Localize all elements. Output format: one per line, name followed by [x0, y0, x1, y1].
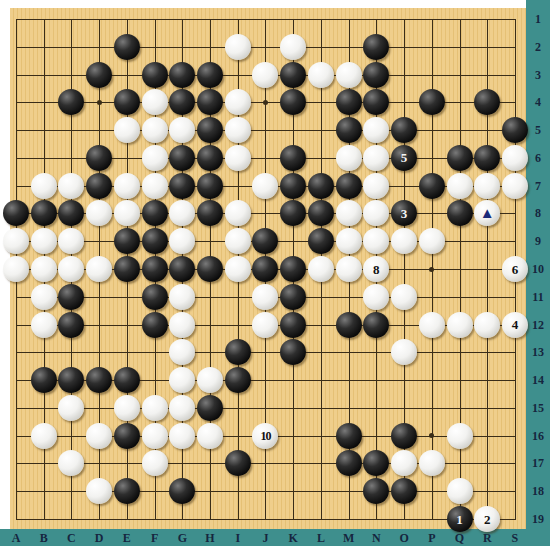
white-stone[interactable]: [447, 478, 473, 504]
black-stone[interactable]: [114, 367, 140, 393]
black-stone[interactable]: [308, 173, 334, 199]
white-stone[interactable]: [502, 145, 528, 171]
column-label: A: [12, 531, 21, 546]
black-stone[interactable]: [336, 450, 362, 476]
white-stone[interactable]: [336, 145, 362, 171]
column-label: Q: [455, 531, 464, 546]
black-stone[interactable]: [58, 312, 84, 338]
white-stone[interactable]: [336, 62, 362, 88]
white-stone[interactable]: [252, 173, 278, 199]
black-stone[interactable]: [114, 34, 140, 60]
white-stone[interactable]: [391, 284, 417, 310]
white-stone[interactable]: [114, 173, 140, 199]
white-stone[interactable]: [31, 256, 57, 282]
star-point: [263, 100, 268, 105]
white-stone[interactable]: 6: [502, 256, 528, 282]
move-number-label: 5: [401, 151, 408, 164]
column-label: K: [289, 531, 298, 546]
black-stone[interactable]: [197, 62, 223, 88]
move-number-label: 10: [260, 429, 270, 441]
row-label: 13: [532, 345, 544, 360]
black-stone[interactable]: [142, 200, 168, 226]
white-stone[interactable]: [114, 117, 140, 143]
black-stone[interactable]: 5: [391, 145, 417, 171]
white-stone[interactable]: [363, 284, 389, 310]
move-number-label: 6: [512, 262, 519, 275]
column-label: P: [428, 531, 435, 546]
white-stone[interactable]: [31, 423, 57, 449]
row-label: 17: [532, 456, 544, 471]
white-stone[interactable]: [336, 256, 362, 282]
grid-line-horizontal: [16, 352, 516, 353]
white-stone[interactable]: [419, 312, 445, 338]
black-stone[interactable]: 1: [447, 506, 473, 532]
black-stone[interactable]: [308, 228, 334, 254]
black-stone[interactable]: [363, 62, 389, 88]
black-stone[interactable]: [86, 62, 112, 88]
column-label: H: [205, 531, 214, 546]
column-label: D: [95, 531, 104, 546]
white-stone[interactable]: [142, 395, 168, 421]
white-stone[interactable]: [225, 34, 251, 60]
black-stone[interactable]: [142, 312, 168, 338]
black-stone[interactable]: [197, 145, 223, 171]
white-stone[interactable]: [447, 173, 473, 199]
black-stone[interactable]: [391, 423, 417, 449]
triangle-mark: ▲: [480, 205, 495, 220]
column-label: I: [235, 531, 240, 546]
white-stone[interactable]: 4: [502, 312, 528, 338]
white-stone[interactable]: [308, 62, 334, 88]
black-stone[interactable]: [197, 173, 223, 199]
white-stone[interactable]: [225, 228, 251, 254]
black-stone[interactable]: [86, 173, 112, 199]
star-point: [429, 267, 434, 272]
white-stone[interactable]: [31, 173, 57, 199]
black-stone[interactable]: [169, 173, 195, 199]
white-stone[interactable]: [502, 173, 528, 199]
move-number-label: 3: [401, 206, 408, 219]
row-label: 5: [535, 123, 541, 138]
white-stone[interactable]: [86, 256, 112, 282]
column-label: L: [317, 531, 325, 546]
star-point: [97, 100, 102, 105]
row-label: 15: [532, 400, 544, 415]
white-stone[interactable]: [280, 34, 306, 60]
black-stone[interactable]: [336, 173, 362, 199]
column-label: M: [343, 531, 354, 546]
black-stone[interactable]: [447, 145, 473, 171]
white-stone[interactable]: [252, 62, 278, 88]
go-board-screenshot: 53▲8641012ABCDEFGHIJKLMNOPQRS12345678910…: [0, 0, 550, 546]
row-label: 3: [535, 67, 541, 82]
black-stone[interactable]: [142, 62, 168, 88]
black-stone[interactable]: [336, 89, 362, 115]
black-stone[interactable]: [336, 423, 362, 449]
black-stone[interactable]: [86, 145, 112, 171]
black-stone[interactable]: [114, 423, 140, 449]
black-stone[interactable]: [169, 62, 195, 88]
move-number-label: 1: [456, 512, 463, 525]
white-stone[interactable]: [197, 367, 223, 393]
column-label: N: [372, 531, 381, 546]
black-stone[interactable]: [280, 145, 306, 171]
black-stone[interactable]: [197, 256, 223, 282]
column-label: F: [151, 531, 158, 546]
row-label: 4: [535, 95, 541, 110]
white-stone[interactable]: [225, 145, 251, 171]
grid-line-horizontal: [16, 519, 516, 520]
black-stone[interactable]: [31, 367, 57, 393]
black-stone[interactable]: [142, 228, 168, 254]
white-stone[interactable]: [474, 312, 500, 338]
white-stone[interactable]: [31, 312, 57, 338]
column-label-strip: [0, 529, 550, 546]
white-stone[interactable]: [142, 89, 168, 115]
row-label: 16: [532, 428, 544, 443]
white-stone[interactable]: [31, 284, 57, 310]
white-stone[interactable]: [169, 284, 195, 310]
column-label: G: [178, 531, 187, 546]
row-label: 12: [532, 317, 544, 332]
black-stone[interactable]: [225, 339, 251, 365]
row-label: 11: [532, 289, 543, 304]
column-label: E: [123, 531, 131, 546]
black-stone[interactable]: [447, 200, 473, 226]
white-stone[interactable]: [3, 256, 29, 282]
black-stone[interactable]: [142, 256, 168, 282]
white-stone[interactable]: [225, 89, 251, 115]
row-label: 7: [535, 178, 541, 193]
white-stone[interactable]: 10: [252, 423, 278, 449]
white-stone[interactable]: [225, 117, 251, 143]
column-label: S: [512, 531, 519, 546]
move-number-label: 4: [512, 318, 519, 331]
column-label: O: [399, 531, 408, 546]
row-label: 9: [535, 234, 541, 249]
black-stone[interactable]: [114, 256, 140, 282]
white-stone[interactable]: [114, 395, 140, 421]
grid-line-horizontal: [16, 408, 516, 409]
white-stone[interactable]: [142, 450, 168, 476]
white-stone[interactable]: [336, 228, 362, 254]
black-stone[interactable]: [114, 478, 140, 504]
row-label: 8: [535, 206, 541, 221]
black-stone[interactable]: [142, 284, 168, 310]
white-stone[interactable]: [169, 423, 195, 449]
white-stone[interactable]: [142, 117, 168, 143]
row-label: 10: [532, 262, 544, 277]
white-stone[interactable]: [308, 256, 334, 282]
row-label: 18: [532, 484, 544, 499]
row-label: 14: [532, 373, 544, 388]
white-stone[interactable]: [142, 173, 168, 199]
black-stone[interactable]: [197, 395, 223, 421]
white-stone[interactable]: [169, 312, 195, 338]
move-number-label: 8: [373, 262, 380, 275]
white-stone[interactable]: [31, 228, 57, 254]
white-stone[interactable]: [252, 312, 278, 338]
black-stone[interactable]: [336, 312, 362, 338]
black-stone[interactable]: [502, 117, 528, 143]
black-stone[interactable]: [391, 117, 417, 143]
row-label: 2: [535, 39, 541, 54]
white-stone[interactable]: [447, 423, 473, 449]
black-stone[interactable]: [363, 34, 389, 60]
black-stone[interactable]: [280, 284, 306, 310]
row-label: 6: [535, 150, 541, 165]
black-stone[interactable]: [114, 228, 140, 254]
column-label: J: [262, 531, 268, 546]
white-stone[interactable]: [225, 256, 251, 282]
black-stone[interactable]: [363, 312, 389, 338]
black-stone[interactable]: [31, 200, 57, 226]
black-stone[interactable]: [336, 117, 362, 143]
black-stone[interactable]: [225, 367, 251, 393]
white-stone[interactable]: [86, 423, 112, 449]
black-stone[interactable]: [280, 312, 306, 338]
black-stone[interactable]: [197, 117, 223, 143]
white-stone[interactable]: [197, 423, 223, 449]
black-stone[interactable]: [419, 173, 445, 199]
row-label: 1: [535, 12, 541, 27]
move-number-label: 2: [484, 512, 491, 525]
column-label: C: [67, 531, 76, 546]
row-label: 19: [532, 512, 544, 527]
black-stone[interactable]: [280, 62, 306, 88]
black-stone[interactable]: [474, 145, 500, 171]
white-stone[interactable]: [419, 228, 445, 254]
white-stone[interactable]: [447, 312, 473, 338]
column-label: B: [40, 531, 48, 546]
white-stone[interactable]: [142, 423, 168, 449]
black-stone[interactable]: [419, 89, 445, 115]
white-stone[interactable]: [336, 200, 362, 226]
black-stone[interactable]: [280, 173, 306, 199]
column-label: R: [483, 531, 492, 546]
white-stone[interactable]: [363, 173, 389, 199]
white-stone[interactable]: [58, 173, 84, 199]
white-stone[interactable]: [474, 173, 500, 199]
white-stone[interactable]: [142, 145, 168, 171]
